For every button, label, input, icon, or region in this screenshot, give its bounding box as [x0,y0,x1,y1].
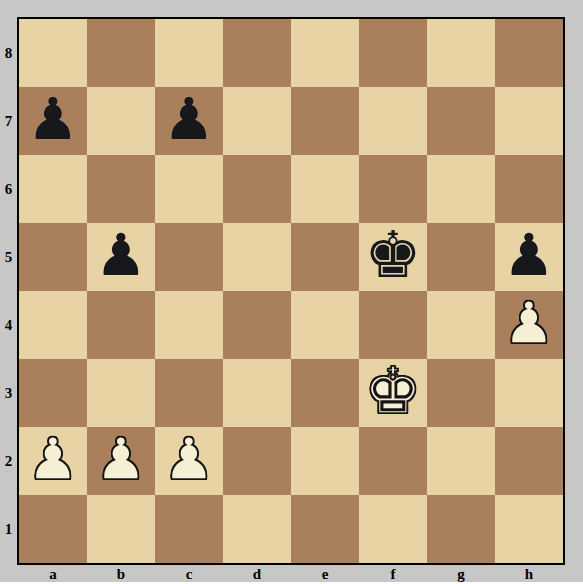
square-c3[interactable] [155,359,223,427]
square-g8[interactable] [427,19,495,87]
square-g7[interactable] [427,87,495,155]
square-c8[interactable] [155,19,223,87]
square-b5[interactable]: ♟ [87,223,155,291]
square-f6[interactable] [359,155,427,223]
rank-label-4: 4 [0,291,17,359]
square-a1[interactable] [19,495,87,563]
square-b2[interactable]: ♟ [87,427,155,495]
square-d8[interactable] [223,19,291,87]
rank-label-3: 3 [0,359,17,427]
square-f4[interactable] [359,291,427,359]
square-b4[interactable] [87,291,155,359]
white-pawn-b2[interactable]: ♟ [95,430,147,488]
rank-label-5: 5 [0,223,17,291]
square-h8[interactable] [495,19,563,87]
square-d4[interactable] [223,291,291,359]
square-c2[interactable]: ♟ [155,427,223,495]
square-d1[interactable] [223,495,291,563]
rank-label-8: 8 [0,19,17,87]
square-d3[interactable] [223,359,291,427]
black-pawn-a7[interactable]: ♟ [27,90,79,148]
black-pawn-h5[interactable]: ♟ [503,226,555,284]
square-e1[interactable] [291,495,359,563]
file-label-g: g [427,565,495,583]
square-f5[interactable]: ♚ [359,223,427,291]
square-c4[interactable] [155,291,223,359]
square-g5[interactable] [427,223,495,291]
square-e7[interactable] [291,87,359,155]
square-e6[interactable] [291,155,359,223]
square-a7[interactable]: ♟ [19,87,87,155]
rank-label-7: 7 [0,87,17,155]
file-label-a: a [19,565,87,583]
rank-label-2: 2 [0,427,17,495]
square-f3[interactable]: ♚ [359,359,427,427]
square-d2[interactable] [223,427,291,495]
square-f1[interactable] [359,495,427,563]
square-b6[interactable] [87,155,155,223]
square-d7[interactable] [223,87,291,155]
file-label-e: e [291,565,359,583]
square-g2[interactable] [427,427,495,495]
square-h4[interactable]: ♟ [495,291,563,359]
square-f2[interactable] [359,427,427,495]
white-pawn-h4[interactable]: ♟ [503,294,555,352]
rank-label-6: 6 [0,155,17,223]
square-b8[interactable] [87,19,155,87]
square-e5[interactable] [291,223,359,291]
square-g3[interactable] [427,359,495,427]
square-e8[interactable] [291,19,359,87]
file-label-h: h [495,565,563,583]
square-f8[interactable] [359,19,427,87]
file-label-f: f [359,565,427,583]
black-pawn-c7[interactable]: ♟ [163,90,215,148]
square-h1[interactable] [495,495,563,563]
square-h3[interactable] [495,359,563,427]
square-a5[interactable] [19,223,87,291]
file-label-b: b [87,565,155,583]
square-b3[interactable] [87,359,155,427]
square-c7[interactable]: ♟ [155,87,223,155]
white-pawn-c2[interactable]: ♟ [163,430,215,488]
black-pawn-b5[interactable]: ♟ [95,226,147,284]
square-d6[interactable] [223,155,291,223]
square-a8[interactable] [19,19,87,87]
square-e3[interactable] [291,359,359,427]
square-g4[interactable] [427,291,495,359]
square-b1[interactable] [87,495,155,563]
square-h6[interactable] [495,155,563,223]
square-b7[interactable] [87,87,155,155]
square-d5[interactable] [223,223,291,291]
white-pawn-a2[interactable]: ♟ [27,430,79,488]
file-label-c: c [155,565,223,583]
rank-label-1: 1 [0,495,17,563]
square-e4[interactable] [291,291,359,359]
black-king-f5[interactable]: ♚ [364,223,421,287]
file-label-d: d [223,565,291,583]
square-c5[interactable] [155,223,223,291]
square-f7[interactable] [359,87,427,155]
chess-diagram: ♟♟♟♚♟♟♚♟♟♟ 87654321 abcdefgh [0,0,583,584]
square-c6[interactable] [155,155,223,223]
square-a2[interactable]: ♟ [19,427,87,495]
chess-board-frame: ♟♟♟♚♟♟♚♟♟♟ [17,17,565,565]
square-a6[interactable] [19,155,87,223]
square-c1[interactable] [155,495,223,563]
square-a3[interactable] [19,359,87,427]
square-g6[interactable] [427,155,495,223]
white-king-f3[interactable]: ♚ [364,359,421,423]
square-a4[interactable] [19,291,87,359]
chess-board: ♟♟♟♚♟♟♚♟♟♟ [19,19,563,563]
square-h7[interactable] [495,87,563,155]
square-g1[interactable] [427,495,495,563]
square-h5[interactable]: ♟ [495,223,563,291]
square-e2[interactable] [291,427,359,495]
square-h2[interactable] [495,427,563,495]
